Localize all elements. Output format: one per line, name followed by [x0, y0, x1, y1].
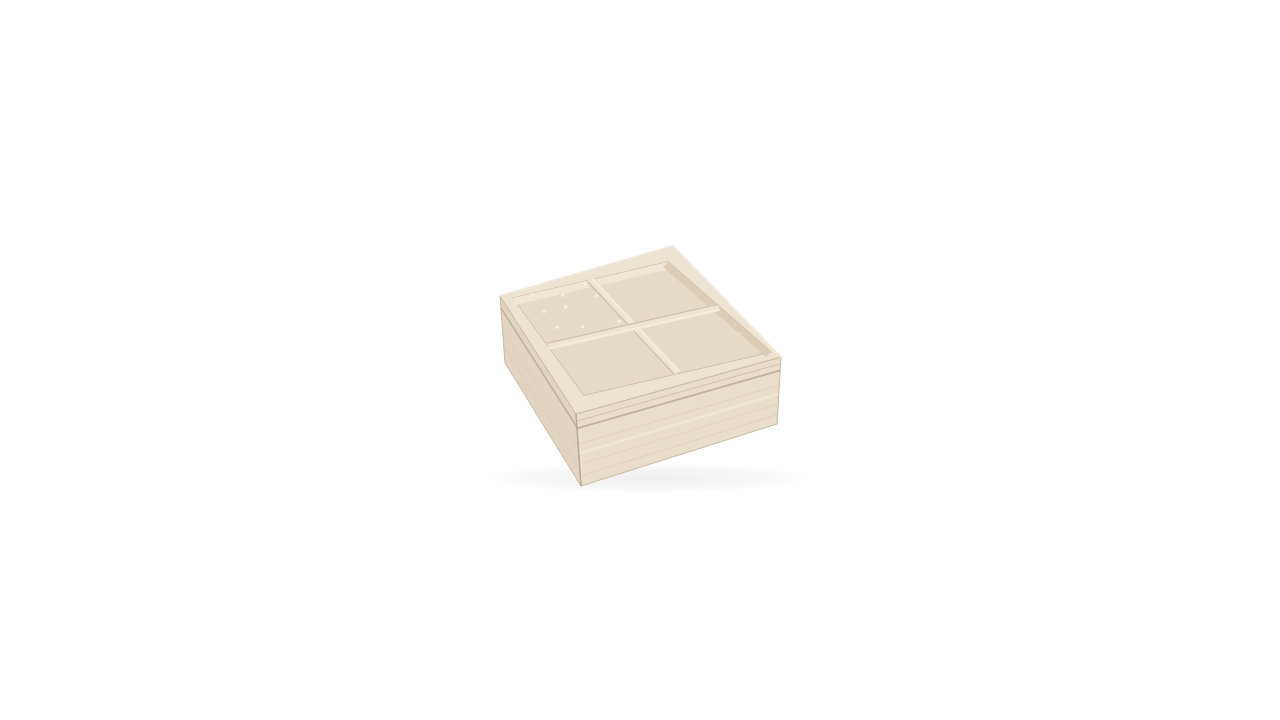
contact-shadow — [488, 463, 808, 493]
photo-stage — [0, 0, 1280, 720]
product-photo — [0, 0, 1280, 720]
